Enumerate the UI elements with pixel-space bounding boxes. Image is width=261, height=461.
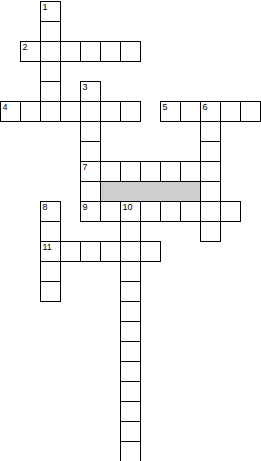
crossword-cell[interactable] [80,141,101,162]
crossword-cell[interactable] [100,201,121,222]
crossword-cell[interactable]: 10 [120,201,141,222]
crossword-cell[interactable] [120,41,141,62]
crossword-cell[interactable] [120,401,141,422]
crossword-cell[interactable] [40,81,61,102]
crossword-cell[interactable] [120,301,141,322]
crossword-cell[interactable] [160,201,181,222]
crossword-cell[interactable] [80,101,101,122]
crossword-cell[interactable] [40,101,61,122]
crossword-cell[interactable]: 6 [200,101,221,122]
crossword-cell[interactable]: 1 [40,1,61,22]
clue-number: 5 [163,102,168,112]
crossword-cell[interactable] [40,261,61,282]
crossword-cell[interactable] [180,161,201,182]
clue-number: 7 [83,162,88,172]
crossword-cell[interactable]: 3 [80,81,101,102]
crossword-cell[interactable] [180,101,201,122]
crossword-cell[interactable] [200,141,221,162]
clue-number: 4 [3,102,8,112]
crossword-cell[interactable] [120,221,141,242]
crossword-cell[interactable] [80,181,101,202]
crossword-cell[interactable] [40,281,61,302]
crossword-cell[interactable] [100,101,121,122]
crossword-cell[interactable] [120,241,141,262]
crossword-cell[interactable]: 7 [80,161,101,182]
crossword-cell[interactable] [120,321,141,342]
crossword-cell-shaded[interactable] [120,181,141,202]
crossword-cell[interactable] [100,41,121,62]
crossword-cell[interactable] [140,241,161,262]
crossword-cell[interactable]: 8 [40,201,61,222]
crossword-cell[interactable] [220,201,241,222]
crossword-cell[interactable] [120,261,141,282]
crossword-cell[interactable] [200,181,221,202]
crossword-cell[interactable] [200,161,221,182]
crossword-cell[interactable] [100,161,121,182]
crossword-cell[interactable] [160,161,181,182]
crossword-cell[interactable] [40,21,61,42]
crossword-cell[interactable] [200,221,221,242]
crossword-cell[interactable] [80,241,101,262]
crossword-cell[interactable] [140,201,161,222]
crossword-cell[interactable] [100,241,121,262]
crossword-cell[interactable] [60,41,81,62]
crossword-cell-shaded[interactable] [100,181,121,202]
crossword-cell[interactable] [200,201,221,222]
crossword-cell[interactable] [120,161,141,182]
crossword-cell-shaded[interactable] [180,181,201,202]
crossword-cell[interactable] [120,381,141,402]
crossword-cell[interactable]: 2 [20,41,41,62]
crossword-cell[interactable] [120,101,141,122]
crossword-board: 1234567891011 [0,1,260,461]
clue-number: 1 [43,2,48,12]
crossword-cell[interactable]: 4 [0,101,21,122]
crossword-cell[interactable] [40,221,61,242]
crossword-cell[interactable] [20,101,41,122]
clue-number: 11 [43,242,52,252]
crossword-cell[interactable] [60,101,81,122]
crossword-cell[interactable] [120,361,141,382]
clue-number: 8 [43,202,48,212]
crossword-cell[interactable]: 5 [160,101,181,122]
crossword-cell[interactable] [120,441,141,461]
crossword-cell-shaded[interactable] [140,181,161,202]
crossword-cell[interactable] [120,281,141,302]
crossword-cell[interactable] [40,61,61,82]
clue-number: 10 [123,202,133,212]
crossword-cell[interactable] [200,121,221,142]
clue-number: 9 [83,202,88,212]
clue-number: 3 [83,82,88,92]
crossword-cell[interactable] [220,101,241,122]
crossword-cell-shaded[interactable] [160,181,181,202]
crossword-cell[interactable] [120,341,141,362]
crossword-puzzle: 1234567891011 [0,0,261,461]
crossword-cell[interactable] [120,421,141,442]
crossword-cell[interactable] [80,121,101,142]
crossword-cell[interactable] [140,161,161,182]
crossword-cell[interactable] [180,201,201,222]
clue-number: 2 [23,42,28,52]
crossword-cell[interactable] [240,101,261,122]
clue-number: 6 [203,102,208,112]
crossword-cell[interactable] [60,241,81,262]
crossword-cell[interactable] [80,41,101,62]
crossword-cell[interactable]: 11 [40,241,61,262]
crossword-cell[interactable] [40,41,61,62]
crossword-cell[interactable]: 9 [80,201,101,222]
